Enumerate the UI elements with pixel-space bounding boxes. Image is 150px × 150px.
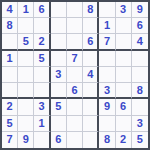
cell-r1c1[interactable]: 4: [2, 2, 18, 18]
cell-r3c8[interactable]: [116, 34, 132, 50]
cell-r1c7[interactable]: [99, 2, 115, 18]
cell-r9c3[interactable]: [34, 132, 50, 148]
cell-r1c8[interactable]: 3: [116, 2, 132, 18]
cell-r8c7[interactable]: [99, 116, 115, 132]
cell-r7c4[interactable]: 5: [51, 99, 67, 115]
cell-r8c9[interactable]: 3: [132, 116, 148, 132]
cell-r2c7[interactable]: 1: [99, 18, 115, 34]
cell-r7c3[interactable]: 3: [34, 99, 50, 115]
cell-r5c7[interactable]: [99, 67, 115, 83]
cell-r9c8[interactable]: 2: [116, 132, 132, 148]
cell-r9c2[interactable]: 9: [18, 132, 34, 148]
cell-r1c5[interactable]: [67, 2, 83, 18]
cell-r8c8[interactable]: [116, 116, 132, 132]
cell-r2c5[interactable]: [67, 18, 83, 34]
cell-r3c4[interactable]: [51, 34, 67, 50]
cell-r3c6[interactable]: 6: [83, 34, 99, 50]
cell-r9c1[interactable]: 7: [2, 132, 18, 148]
cell-r8c6[interactable]: [83, 116, 99, 132]
cell-r3c2[interactable]: 5: [18, 34, 34, 50]
cell-r1c2[interactable]: 1: [18, 2, 34, 18]
cell-r9c9[interactable]: 5: [132, 132, 148, 148]
cell-r6c7[interactable]: 3: [99, 83, 115, 99]
cell-r8c3[interactable]: 1: [34, 116, 50, 132]
cell-r8c4[interactable]: [51, 116, 67, 132]
cell-r6c1[interactable]: [2, 83, 18, 99]
cell-r3c9[interactable]: 4: [132, 34, 148, 50]
cell-r5c9[interactable]: [132, 67, 148, 83]
cell-r2c9[interactable]: 6: [132, 18, 148, 34]
cell-r9c4[interactable]: 6: [51, 132, 67, 148]
cell-r4c8[interactable]: [116, 51, 132, 67]
cell-r7c5[interactable]: [67, 99, 83, 115]
cell-r1c9[interactable]: 9: [132, 2, 148, 18]
cell-r2c1[interactable]: 8: [2, 18, 18, 34]
cell-r9c7[interactable]: 8: [99, 132, 115, 148]
cell-r4c2[interactable]: [18, 51, 34, 67]
cell-r2c2[interactable]: [18, 18, 34, 34]
cell-r2c6[interactable]: [83, 18, 99, 34]
cell-r5c8[interactable]: [116, 67, 132, 83]
cell-r7c2[interactable]: [18, 99, 34, 115]
cell-r8c1[interactable]: 5: [2, 116, 18, 132]
cell-r6c6[interactable]: [83, 83, 99, 99]
cell-r7c6[interactable]: [83, 99, 99, 115]
cell-r3c3[interactable]: 2: [34, 34, 50, 50]
cell-r6c2[interactable]: [18, 83, 34, 99]
cell-r2c3[interactable]: [34, 18, 50, 34]
cell-r4c5[interactable]: 7: [67, 51, 83, 67]
cell-r6c4[interactable]: [51, 83, 67, 99]
cell-r1c4[interactable]: [51, 2, 67, 18]
cell-r2c8[interactable]: [116, 18, 132, 34]
cell-r3c1[interactable]: [2, 34, 18, 50]
cell-r4c4[interactable]: [51, 51, 67, 67]
cell-r5c3[interactable]: [34, 67, 50, 83]
cell-r6c5[interactable]: 6: [67, 83, 83, 99]
cell-r7c9[interactable]: [132, 99, 148, 115]
cell-r3c5[interactable]: [67, 34, 83, 50]
cell-r5c2[interactable]: [18, 67, 34, 83]
cell-r8c5[interactable]: [67, 116, 83, 132]
cell-r5c6[interactable]: 4: [83, 67, 99, 83]
cell-r3c7[interactable]: 7: [99, 34, 115, 50]
cell-r7c8[interactable]: 6: [116, 99, 132, 115]
cell-r5c5[interactable]: [67, 67, 83, 83]
cell-r7c1[interactable]: 2: [2, 99, 18, 115]
cell-r4c6[interactable]: [83, 51, 99, 67]
cell-r4c1[interactable]: 1: [2, 51, 18, 67]
cell-r8c2[interactable]: [18, 116, 34, 132]
cell-r6c3[interactable]: [34, 83, 50, 99]
cell-r1c3[interactable]: 6: [34, 2, 50, 18]
cell-r1c6[interactable]: 8: [83, 2, 99, 18]
cell-r6c9[interactable]: 8: [132, 83, 148, 99]
cell-r7c7[interactable]: 9: [99, 99, 115, 115]
cell-r9c6[interactable]: [83, 132, 99, 148]
cell-r4c3[interactable]: 5: [34, 51, 50, 67]
cell-r5c4[interactable]: 3: [51, 67, 67, 83]
cell-r4c9[interactable]: [132, 51, 148, 67]
cell-r4c7[interactable]: [99, 51, 115, 67]
cell-r5c1[interactable]: [2, 67, 18, 83]
cell-r9c5[interactable]: [67, 132, 83, 148]
cell-r2c4[interactable]: [51, 18, 67, 34]
sudoku-board: 416839816526741573463823596513796825: [0, 0, 150, 150]
cell-r6c8[interactable]: [116, 83, 132, 99]
